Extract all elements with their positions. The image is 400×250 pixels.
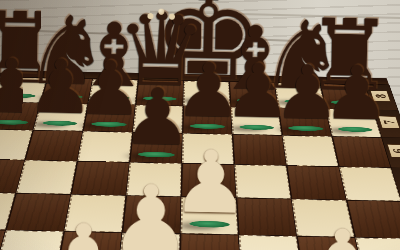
rank-label-6: 6 <box>389 148 400 153</box>
square-b6[interactable] <box>25 130 83 161</box>
square-g7[interactable]: ♟ <box>278 108 332 136</box>
black-pawn-g7[interactable]: ♟ <box>246 55 367 132</box>
square-g5[interactable] <box>287 166 347 201</box>
rank-label-plaque: 8 <box>370 90 391 101</box>
board-scene: ♜♞♝♛♚♝♞♜8♟♟♟♟♟♟♟7♟6♟♟♟♟♟♟ <box>0 0 400 250</box>
queen-crown-balls <box>158 9 164 15</box>
square-b5[interactable] <box>16 160 77 194</box>
rank-label-plaque: 7 <box>378 116 400 128</box>
camera-tilt: ♜♞♝♛♚♝♞♜8♟♟♟♟♟♟♟7♟6♟♟♟♟♟♟ <box>0 0 400 250</box>
rank-label-8: 8 <box>371 94 389 99</box>
rank-label-7: 7 <box>380 120 399 125</box>
chess-photo: ♜♞♝♛♚♝♞♜8♟♟♟♟♟♟♟7♟6♟♟♟♟♟♟ <box>0 0 400 250</box>
white-pawn-g2[interactable]: ♟ <box>262 216 400 250</box>
square-g6[interactable] <box>282 135 339 166</box>
rank-label-plaque: 6 <box>387 144 400 157</box>
white-pawn-c2[interactable]: ♟ <box>3 211 162 250</box>
square-h5[interactable] <box>339 167 400 202</box>
chessboard: ♜♞♝♛♚♝♞♜8♟♟♟♟♟♟♟7♟6♟♟♟♟♟♟ <box>0 70 400 250</box>
